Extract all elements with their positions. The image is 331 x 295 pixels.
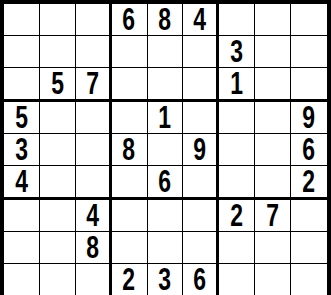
given-digit: 3 — [15, 134, 28, 165]
cell-r8c4[interactable] — [112, 232, 148, 264]
cell-r7c8[interactable]: 7 — [255, 200, 291, 232]
cell-r9c4[interactable]: 2 — [112, 264, 148, 295]
cell-r5c1[interactable]: 3 — [4, 134, 40, 166]
cell-r7c9[interactable] — [291, 200, 327, 232]
cell-r2c8[interactable] — [255, 36, 291, 68]
cell-r6c2[interactable] — [40, 166, 76, 200]
cell-r2c9[interactable] — [291, 36, 327, 68]
cell-r7c6[interactable] — [183, 200, 219, 232]
cell-r8c7[interactable] — [219, 232, 255, 264]
given-digit: 4 — [86, 200, 99, 231]
cell-r5c5[interactable] — [148, 134, 184, 166]
cell-r1c4[interactable]: 6 — [112, 4, 148, 36]
cell-r4c4[interactable] — [112, 102, 148, 134]
cell-r6c5[interactable]: 6 — [148, 166, 184, 200]
given-digit: 2 — [123, 264, 136, 295]
cell-r8c3[interactable]: 8 — [76, 232, 112, 264]
cell-r8c5[interactable] — [148, 232, 184, 264]
given-digit: 3 — [230, 36, 243, 67]
given-digit: 1 — [159, 102, 172, 133]
cell-r2c7[interactable]: 3 — [219, 36, 255, 68]
cell-r9c3[interactable] — [76, 264, 112, 295]
cell-r1c6[interactable]: 4 — [183, 4, 219, 36]
given-digit: 8 — [123, 134, 136, 165]
cell-r3c3[interactable]: 7 — [76, 68, 112, 102]
cell-r5c4[interactable]: 8 — [112, 134, 148, 166]
cell-r7c4[interactable] — [112, 200, 148, 232]
cell-r4c7[interactable] — [219, 102, 255, 134]
given-digit: 3 — [159, 264, 172, 295]
cell-r6c6[interactable] — [183, 166, 219, 200]
cell-r4c2[interactable] — [40, 102, 76, 134]
cell-r7c3[interactable]: 4 — [76, 200, 112, 232]
given-digit: 4 — [193, 4, 206, 35]
given-digit: 2 — [230, 200, 243, 231]
cell-r4c1[interactable]: 5 — [4, 102, 40, 134]
sudoku-board: 684357151938964624278236 — [0, 0, 331, 295]
given-digit: 1 — [230, 68, 243, 99]
cell-r1c3[interactable] — [76, 4, 112, 36]
cell-r6c7[interactable] — [219, 166, 255, 200]
given-digit: 4 — [15, 166, 28, 197]
cell-r6c8[interactable] — [255, 166, 291, 200]
given-digit: 9 — [193, 134, 206, 165]
cell-r5c8[interactable] — [255, 134, 291, 166]
cell-r3c8[interactable] — [255, 68, 291, 102]
cell-r9c1[interactable] — [4, 264, 40, 295]
cell-r4c9[interactable]: 9 — [291, 102, 327, 134]
given-digit: 2 — [303, 166, 316, 197]
cell-r7c7[interactable]: 2 — [219, 200, 255, 232]
cell-r8c9[interactable] — [291, 232, 327, 264]
given-digit: 6 — [303, 134, 316, 165]
cell-r3c2[interactable]: 5 — [40, 68, 76, 102]
cell-r2c5[interactable] — [148, 36, 184, 68]
cell-r3c1[interactable] — [4, 68, 40, 102]
cell-r2c1[interactable] — [4, 36, 40, 68]
cell-r8c6[interactable] — [183, 232, 219, 264]
cell-r9c7[interactable] — [219, 264, 255, 295]
cell-r9c5[interactable]: 3 — [148, 264, 184, 295]
cell-r9c2[interactable] — [40, 264, 76, 295]
given-digit: 8 — [86, 232, 99, 263]
cell-r9c9[interactable] — [291, 264, 327, 295]
cell-r4c8[interactable] — [255, 102, 291, 134]
given-digit: 6 — [159, 166, 172, 197]
cell-r6c4[interactable] — [112, 166, 148, 200]
cell-r7c2[interactable] — [40, 200, 76, 232]
cell-r1c2[interactable] — [40, 4, 76, 36]
cell-r2c4[interactable] — [112, 36, 148, 68]
cell-r1c8[interactable] — [255, 4, 291, 36]
given-digit: 5 — [15, 102, 28, 133]
given-digit: 9 — [303, 102, 316, 133]
cell-r5c3[interactable] — [76, 134, 112, 166]
given-digit: 7 — [86, 68, 99, 99]
cell-r9c6[interactable]: 6 — [183, 264, 219, 295]
cell-r5c6[interactable]: 9 — [183, 134, 219, 166]
cell-r5c9[interactable]: 6 — [291, 134, 327, 166]
given-digit: 5 — [51, 68, 64, 99]
cell-r7c1[interactable] — [4, 200, 40, 232]
cell-r4c3[interactable] — [76, 102, 112, 134]
cell-r1c9[interactable] — [291, 4, 327, 36]
cell-r5c2[interactable] — [40, 134, 76, 166]
cell-r3c7[interactable]: 1 — [219, 68, 255, 102]
cell-r3c9[interactable] — [291, 68, 327, 102]
cell-r4c5[interactable]: 1 — [148, 102, 184, 134]
given-digit: 6 — [193, 264, 206, 295]
cell-r2c3[interactable] — [76, 36, 112, 68]
cell-r3c5[interactable] — [148, 68, 184, 102]
cell-r8c2[interactable] — [40, 232, 76, 264]
cell-r7c5[interactable] — [148, 200, 184, 232]
given-digit: 6 — [123, 4, 136, 35]
cell-r2c6[interactable] — [183, 36, 219, 68]
cell-r6c3[interactable] — [76, 166, 112, 200]
cell-r4c6[interactable] — [183, 102, 219, 134]
cell-r1c1[interactable] — [4, 4, 40, 36]
cell-r2c2[interactable] — [40, 36, 76, 68]
cell-r9c8[interactable] — [255, 264, 291, 295]
cell-r8c1[interactable] — [4, 232, 40, 264]
cell-r5c7[interactable] — [219, 134, 255, 166]
cell-r8c8[interactable] — [255, 232, 291, 264]
cell-r6c9[interactable]: 2 — [291, 166, 327, 200]
cell-r1c7[interactable] — [219, 4, 255, 36]
cell-r3c4[interactable] — [112, 68, 148, 102]
cell-r6c1[interactable]: 4 — [4, 166, 40, 200]
cell-r1c5[interactable]: 8 — [148, 4, 184, 36]
cell-r3c6[interactable] — [183, 68, 219, 102]
given-digit: 8 — [159, 4, 172, 35]
given-digit: 7 — [266, 200, 279, 231]
